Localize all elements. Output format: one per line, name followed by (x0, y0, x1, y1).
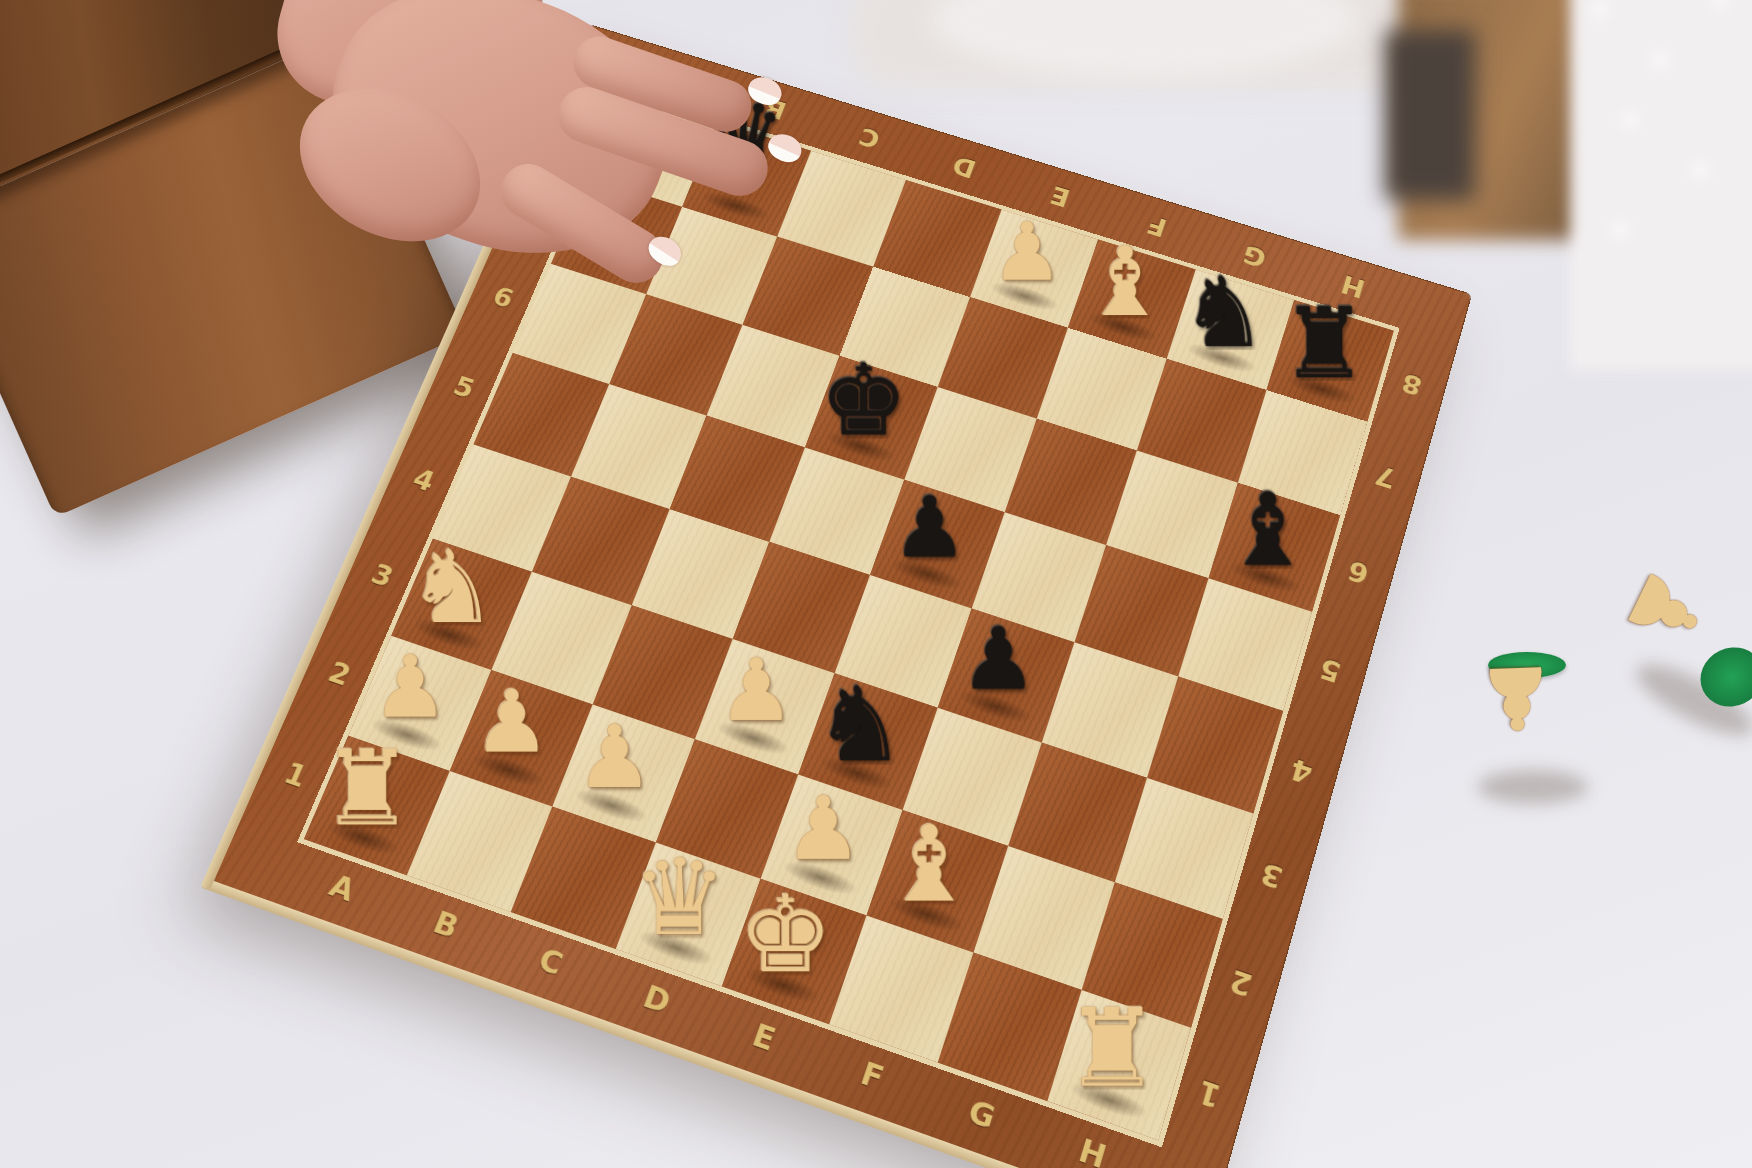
piece-white-rook-a1[interactable]: ♜ (311, 723, 422, 856)
captured-white-pawn-lying[interactable]: ♟ (1605, 553, 1729, 666)
label-file-bottom-e: E (742, 1014, 787, 1061)
label-rank-right-6: 6 (1339, 551, 1379, 592)
label-rank-right-5: 5 (1310, 649, 1350, 691)
label-file-bottom-f: F (850, 1052, 894, 1099)
label-rank-left-5: 5 (443, 368, 484, 406)
label-file-bottom-g: G (960, 1091, 1004, 1139)
square-a1[interactable]: ♜ (304, 736, 450, 875)
label-rank-right-3: 3 (1251, 853, 1293, 898)
label-file-bottom-b: B (424, 902, 469, 947)
piece-white-bishop-f2[interactable]: ♝ (873, 798, 985, 932)
piece-black-pawn-f4[interactable]: ♟ (944, 594, 1053, 724)
label-file-bottom-d: D (635, 976, 680, 1022)
square-h6[interactable]: ♝ (1209, 483, 1341, 612)
background-shadow (1385, 30, 1475, 200)
label-rank-right-7: 7 (1366, 457, 1405, 496)
piece-black-pawn-e5[interactable]: ♟ (876, 464, 983, 592)
label-file-bottom-h: H (1071, 1130, 1115, 1168)
label-rank-left-6: 6 (483, 278, 524, 315)
piece-white-king-e1[interactable]: ♚ (729, 867, 843, 1003)
photo-stage: ♛♟♝♞♜♚♝♟♟♞♟♞♟♟♟♟♝♜♛♚♜ AA88BB77CC66DD55EE… (0, 0, 1752, 1168)
captured-white-pawn-upside-down[interactable]: ♟ (1476, 647, 1557, 750)
label-rank-right-4: 4 (1281, 749, 1322, 792)
captured-pawn-shadow (1478, 770, 1588, 804)
white-lace-fabric (1570, 0, 1752, 370)
label-rank-right-8: 8 (1393, 365, 1431, 403)
label-rank-right-1: 1 (1188, 1070, 1231, 1117)
label-file-bottom-a: A (320, 865, 365, 910)
label-rank-left-7: 7 (521, 191, 561, 227)
square-h1[interactable]: ♜ (1047, 990, 1191, 1140)
label-file-bottom-c: C (529, 939, 574, 985)
piece-white-pawn-d3[interactable]: ♟ (702, 625, 812, 756)
label-file-top-d: D (945, 149, 983, 185)
label-rank-left-4: 4 (403, 460, 445, 500)
label-rank-right-2: 2 (1220, 960, 1263, 1006)
label-file-top-c: C (850, 120, 889, 155)
piece-black-bishop-h6[interactable]: ♝ (1214, 467, 1321, 595)
label-rank-left-8: 8 (559, 107, 598, 142)
